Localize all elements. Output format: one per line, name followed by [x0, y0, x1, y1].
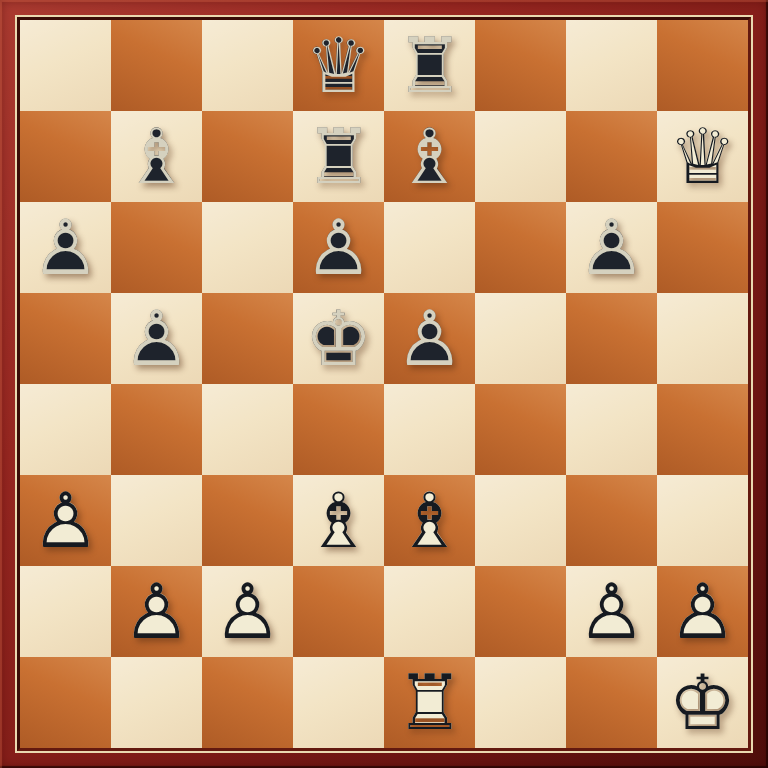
- piece-black-pawn: ♟♙: [566, 202, 657, 293]
- black-pawn-outline: ♙: [384, 293, 475, 384]
- white-pawn-outline: ♙: [111, 566, 202, 657]
- white-king-outline: ♔: [657, 657, 748, 748]
- piece-black-pawn: ♟♙: [20, 202, 111, 293]
- square-h5[interactable]: [657, 293, 748, 384]
- square-e6[interactable]: [384, 202, 475, 293]
- white-bishop-outline: ♗: [293, 475, 384, 566]
- piece-black-pawn: ♟♙: [293, 202, 384, 293]
- square-d4[interactable]: [293, 384, 384, 475]
- square-f1[interactable]: [475, 657, 566, 748]
- square-c6[interactable]: [202, 202, 293, 293]
- piece-white-queen: ♛♕: [657, 111, 748, 202]
- white-pawn-outline: ♙: [657, 566, 748, 657]
- square-f6[interactable]: [475, 202, 566, 293]
- square-d5[interactable]: ♚♔: [293, 293, 384, 384]
- square-a7[interactable]: [20, 111, 111, 202]
- square-g5[interactable]: [566, 293, 657, 384]
- chess-board: ♛♕♜♖♝♗♜♖♝♗♛♕♟♙♟♙♟♙♟♙♚♔♟♙♟♙♝♗♝♗♟♙♟♙♟♙♟♙♜♖…: [17, 17, 751, 751]
- square-a6[interactable]: ♟♙: [20, 202, 111, 293]
- square-e7[interactable]: ♝♗: [384, 111, 475, 202]
- piece-white-pawn: ♟♙: [20, 475, 111, 566]
- square-b7[interactable]: ♝♗: [111, 111, 202, 202]
- white-bishop-outline: ♗: [384, 475, 475, 566]
- square-c3[interactable]: [202, 475, 293, 566]
- square-f5[interactable]: [475, 293, 566, 384]
- square-a3[interactable]: ♟♙: [20, 475, 111, 566]
- square-g1[interactable]: [566, 657, 657, 748]
- piece-black-king: ♚♔: [293, 293, 384, 384]
- black-pawn-outline: ♙: [20, 202, 111, 293]
- square-e2[interactable]: [384, 566, 475, 657]
- square-d6[interactable]: ♟♙: [293, 202, 384, 293]
- square-h1[interactable]: ♚♔: [657, 657, 748, 748]
- piece-black-bishop: ♝♗: [384, 111, 475, 202]
- square-c1[interactable]: [202, 657, 293, 748]
- square-d8[interactable]: ♛♕: [293, 20, 384, 111]
- piece-white-pawn: ♟♙: [111, 566, 202, 657]
- square-f3[interactable]: [475, 475, 566, 566]
- piece-white-rook: ♜♖: [384, 657, 475, 748]
- piece-black-bishop: ♝♗: [111, 111, 202, 202]
- white-pawn-outline: ♙: [202, 566, 293, 657]
- square-a8[interactable]: [20, 20, 111, 111]
- square-e4[interactable]: [384, 384, 475, 475]
- white-queen-outline: ♕: [657, 111, 748, 202]
- piece-white-pawn: ♟♙: [566, 566, 657, 657]
- piece-white-pawn: ♟♙: [202, 566, 293, 657]
- square-h2[interactable]: ♟♙: [657, 566, 748, 657]
- black-pawn-outline: ♙: [566, 202, 657, 293]
- square-g2[interactable]: ♟♙: [566, 566, 657, 657]
- black-bishop-outline: ♗: [384, 111, 475, 202]
- black-pawn-outline: ♙: [293, 202, 384, 293]
- square-b1[interactable]: [111, 657, 202, 748]
- square-f8[interactable]: [475, 20, 566, 111]
- square-h7[interactable]: ♛♕: [657, 111, 748, 202]
- black-pawn-outline: ♙: [111, 293, 202, 384]
- square-d7[interactable]: ♜♖: [293, 111, 384, 202]
- white-pawn-outline: ♙: [566, 566, 657, 657]
- piece-white-bishop: ♝♗: [384, 475, 475, 566]
- piece-black-rook: ♜♖: [293, 111, 384, 202]
- black-rook-outline: ♖: [384, 20, 475, 111]
- square-d3[interactable]: ♝♗: [293, 475, 384, 566]
- square-b4[interactable]: [111, 384, 202, 475]
- square-a2[interactable]: [20, 566, 111, 657]
- piece-white-king: ♚♔: [657, 657, 748, 748]
- square-b8[interactable]: [111, 20, 202, 111]
- square-h6[interactable]: [657, 202, 748, 293]
- square-c5[interactable]: [202, 293, 293, 384]
- square-c7[interactable]: [202, 111, 293, 202]
- square-e5[interactable]: ♟♙: [384, 293, 475, 384]
- square-g4[interactable]: [566, 384, 657, 475]
- square-f4[interactable]: [475, 384, 566, 475]
- square-b5[interactable]: ♟♙: [111, 293, 202, 384]
- square-e8[interactable]: ♜♖: [384, 20, 475, 111]
- square-a1[interactable]: [20, 657, 111, 748]
- square-e1[interactable]: ♜♖: [384, 657, 475, 748]
- piece-black-rook: ♜♖: [384, 20, 475, 111]
- square-g8[interactable]: [566, 20, 657, 111]
- square-a4[interactable]: [20, 384, 111, 475]
- square-g7[interactable]: [566, 111, 657, 202]
- piece-white-pawn: ♟♙: [657, 566, 748, 657]
- black-queen-outline: ♕: [293, 20, 384, 111]
- white-rook-outline: ♖: [384, 657, 475, 748]
- black-rook-outline: ♖: [293, 111, 384, 202]
- square-d2[interactable]: [293, 566, 384, 657]
- square-g6[interactable]: ♟♙: [566, 202, 657, 293]
- black-bishop-outline: ♗: [111, 111, 202, 202]
- square-b2[interactable]: ♟♙: [111, 566, 202, 657]
- piece-black-queen: ♛♕: [293, 20, 384, 111]
- square-h4[interactable]: [657, 384, 748, 475]
- piece-black-pawn: ♟♙: [384, 293, 475, 384]
- square-e3[interactable]: ♝♗: [384, 475, 475, 566]
- square-c8[interactable]: [202, 20, 293, 111]
- square-c2[interactable]: ♟♙: [202, 566, 293, 657]
- board-inner-trim: ♛♕♜♖♝♗♜♖♝♗♛♕♟♙♟♙♟♙♟♙♚♔♟♙♟♙♝♗♝♗♟♙♟♙♟♙♟♙♜♖…: [15, 15, 753, 753]
- square-h8[interactable]: [657, 20, 748, 111]
- square-h3[interactable]: [657, 475, 748, 566]
- square-c4[interactable]: [202, 384, 293, 475]
- square-d1[interactable]: [293, 657, 384, 748]
- piece-white-bishop: ♝♗: [293, 475, 384, 566]
- square-b3[interactable]: [111, 475, 202, 566]
- square-f7[interactable]: [475, 111, 566, 202]
- square-f2[interactable]: [475, 566, 566, 657]
- board-frame: ♛♕♜♖♝♗♜♖♝♗♛♕♟♙♟♙♟♙♟♙♚♔♟♙♟♙♝♗♝♗♟♙♟♙♟♙♟♙♜♖…: [0, 0, 768, 768]
- square-a5[interactable]: [20, 293, 111, 384]
- piece-black-pawn: ♟♙: [111, 293, 202, 384]
- square-g3[interactable]: [566, 475, 657, 566]
- white-pawn-outline: ♙: [20, 475, 111, 566]
- black-king-outline: ♔: [293, 293, 384, 384]
- square-b6[interactable]: [111, 202, 202, 293]
